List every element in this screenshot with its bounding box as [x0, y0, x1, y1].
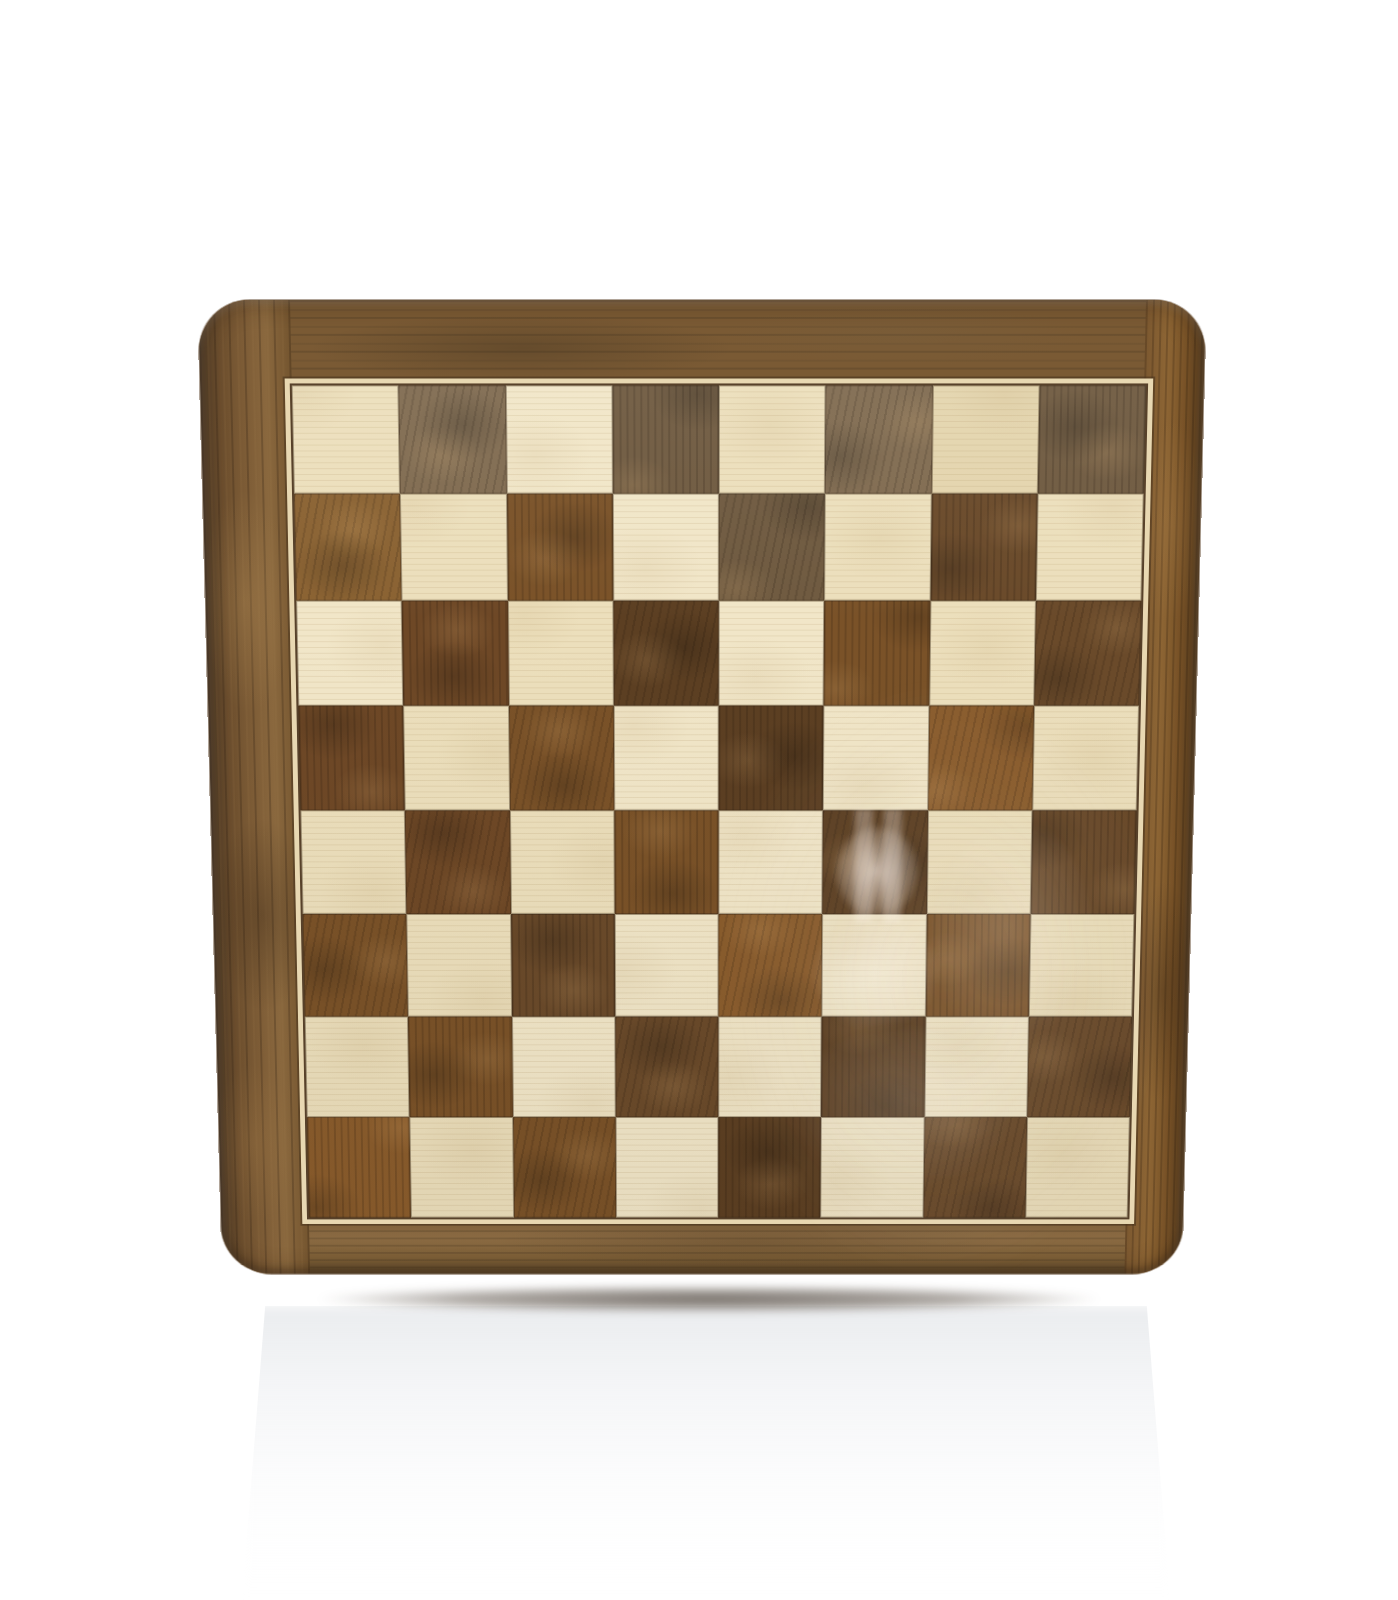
square-b8: [399, 385, 507, 493]
square-c6: [507, 600, 613, 706]
square-c7: [506, 493, 613, 600]
square-f4: [822, 810, 927, 913]
square-a7: [294, 493, 402, 600]
square-b3: [407, 914, 512, 1016]
square-g5: [928, 706, 1034, 811]
square-d6: [613, 600, 719, 706]
square-h6: [1034, 600, 1141, 706]
square-d2: [615, 1016, 718, 1117]
square-d1: [615, 1117, 718, 1217]
square-c1: [513, 1117, 616, 1217]
square-a2: [305, 1016, 410, 1117]
square-a1: [307, 1117, 411, 1217]
board-reflection: [242, 1306, 1170, 1600]
square-e4: [718, 810, 823, 913]
square-c2: [512, 1016, 616, 1117]
square-h4: [1030, 810, 1136, 913]
square-d7: [613, 493, 719, 600]
square-c8: [505, 385, 612, 493]
square-b5: [403, 706, 509, 811]
square-a3: [303, 914, 409, 1016]
board-frame-top: [198, 300, 1206, 387]
square-h8: [1037, 385, 1146, 493]
square-g1: [923, 1117, 1027, 1217]
square-d4: [614, 810, 719, 913]
square-d3: [615, 914, 719, 1016]
board-grid: [292, 385, 1146, 1217]
square-d5: [614, 706, 719, 811]
square-c3: [511, 914, 615, 1016]
square-e5: [719, 706, 824, 811]
square-f3: [822, 914, 927, 1016]
square-f6: [824, 600, 930, 706]
square-b6: [402, 600, 509, 706]
square-e8: [719, 385, 826, 493]
square-e6: [719, 600, 825, 706]
square-a6: [296, 600, 403, 706]
square-f7: [824, 493, 931, 600]
square-g2: [924, 1016, 1029, 1117]
chess-board: [198, 300, 1206, 1274]
square-e2: [718, 1016, 821, 1117]
square-f2: [821, 1016, 925, 1117]
chess-board-wrap: [198, 300, 1206, 1274]
square-d8: [612, 385, 719, 493]
square-b1: [410, 1117, 514, 1217]
square-g3: [925, 914, 1030, 1016]
square-h2: [1027, 1016, 1132, 1117]
square-g7: [930, 493, 1037, 600]
square-e3: [718, 914, 822, 1016]
square-h1: [1025, 1117, 1130, 1217]
square-b2: [408, 1016, 512, 1117]
square-e1: [718, 1117, 821, 1217]
square-g6: [929, 600, 1036, 706]
square-b7: [400, 493, 507, 600]
square-a8: [292, 385, 400, 493]
square-f1: [821, 1117, 924, 1217]
square-h5: [1032, 706, 1139, 811]
square-h3: [1029, 914, 1135, 1016]
product-photo-scene: [0, 0, 1398, 1600]
square-a4: [301, 810, 407, 913]
square-h7: [1036, 493, 1144, 600]
square-a5: [298, 706, 405, 811]
square-f5: [823, 706, 929, 811]
square-e7: [719, 493, 825, 600]
square-f8: [825, 385, 932, 493]
square-c5: [509, 706, 615, 811]
square-c4: [510, 810, 615, 913]
board-frame-bottom: [221, 1216, 1183, 1274]
square-g8: [931, 385, 1039, 493]
board-contact-shadow: [246, 1282, 1172, 1320]
square-g4: [926, 810, 1032, 913]
square-b4: [405, 810, 511, 913]
